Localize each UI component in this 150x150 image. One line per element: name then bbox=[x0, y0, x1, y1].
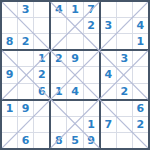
given-digit: 4 bbox=[104, 69, 112, 80]
given-digit: 1 bbox=[38, 53, 46, 64]
cell-r8c6[interactable]: 1 bbox=[84, 117, 99, 132]
cell-r7c2[interactable]: 9 bbox=[18, 101, 33, 116]
cell-r7c4[interactable] bbox=[51, 101, 66, 116]
given-digit: 1 bbox=[6, 103, 14, 114]
given-digit: 8 bbox=[55, 135, 63, 146]
cell-r5c8[interactable] bbox=[117, 67, 132, 82]
box-r1c2: 4172 bbox=[51, 2, 98, 49]
cell-r4c9[interactable] bbox=[133, 51, 148, 66]
given-digit: 1 bbox=[55, 86, 63, 97]
cell-r7c1[interactable]: 1 bbox=[2, 101, 17, 116]
cell-r3c1[interactable]: 8 bbox=[2, 34, 17, 49]
cell-r3c2[interactable]: 2 bbox=[18, 34, 33, 49]
cell-r7c9[interactable]: 6 bbox=[133, 101, 148, 116]
cell-r3c4[interactable] bbox=[51, 34, 66, 49]
given-digit: 4 bbox=[137, 20, 145, 31]
given-digit: 2 bbox=[22, 36, 30, 47]
given-digit: 9 bbox=[6, 69, 14, 80]
cell-r7c7[interactable] bbox=[101, 101, 116, 116]
given-digit: 8 bbox=[6, 36, 14, 47]
cell-r2c1[interactable] bbox=[2, 18, 17, 33]
cell-r1c8[interactable] bbox=[117, 2, 132, 17]
cell-r1c9[interactable] bbox=[133, 2, 148, 17]
cell-r2c6[interactable]: 2 bbox=[84, 18, 99, 33]
given-digit: 6 bbox=[38, 86, 46, 97]
given-digit: 2 bbox=[38, 69, 46, 80]
given-digit: 4 bbox=[71, 86, 79, 97]
given-digit: 1 bbox=[137, 36, 145, 47]
cell-r4c3[interactable]: 1 bbox=[34, 51, 49, 66]
cell-r8c7[interactable]: 7 bbox=[101, 117, 116, 132]
cell-r8c4[interactable] bbox=[51, 117, 66, 132]
given-digit: 5 bbox=[71, 135, 79, 146]
cell-r5c1[interactable]: 9 bbox=[2, 67, 17, 82]
cell-r6c8[interactable]: 2 bbox=[117, 84, 132, 99]
cell-r4c2[interactable] bbox=[18, 51, 33, 66]
cell-r6c1[interactable] bbox=[2, 84, 17, 99]
given-digit: 3 bbox=[120, 53, 128, 64]
cell-r5c7[interactable]: 4 bbox=[101, 67, 116, 82]
cell-r1c7[interactable] bbox=[101, 2, 116, 17]
cell-r9c4[interactable]: 8 bbox=[51, 133, 66, 148]
cell-r3c7[interactable] bbox=[101, 34, 116, 49]
cell-r3c8[interactable] bbox=[117, 34, 132, 49]
cell-r5c5[interactable] bbox=[67, 67, 82, 82]
cell-r5c6[interactable] bbox=[84, 67, 99, 82]
cell-r9c1[interactable] bbox=[2, 133, 17, 148]
cell-r8c2[interactable] bbox=[18, 117, 33, 132]
given-digit: 1 bbox=[87, 119, 95, 130]
given-digit: 4 bbox=[55, 4, 63, 15]
cell-r9c6[interactable]: 9 bbox=[84, 133, 99, 148]
cell-r7c8[interactable] bbox=[117, 101, 132, 116]
cell-r9c3[interactable] bbox=[34, 133, 49, 148]
cell-r7c6[interactable] bbox=[84, 101, 99, 116]
cell-r5c2[interactable] bbox=[18, 67, 33, 82]
sudoku-board: 3824172341192629143421961859672 bbox=[0, 0, 150, 150]
given-digit: 2 bbox=[120, 86, 128, 97]
cell-r9c7[interactable] bbox=[101, 133, 116, 148]
cell-r1c3[interactable] bbox=[34, 2, 49, 17]
cell-r3c9[interactable]: 1 bbox=[133, 34, 148, 49]
given-digit: 3 bbox=[104, 20, 112, 31]
box-r2c3: 342 bbox=[101, 51, 148, 98]
cell-r8c8[interactable] bbox=[117, 117, 132, 132]
cell-r4c7[interactable] bbox=[101, 51, 116, 66]
cell-r1c2[interactable]: 3 bbox=[18, 2, 33, 17]
cell-r4c4[interactable]: 2 bbox=[51, 51, 66, 66]
boxes-grid: 3824172341192629143421961859672 bbox=[2, 2, 148, 148]
cell-r3c5[interactable] bbox=[67, 34, 82, 49]
given-digit: 7 bbox=[87, 4, 95, 15]
cell-r6c5[interactable]: 4 bbox=[67, 84, 82, 99]
box-r3c3: 672 bbox=[101, 101, 148, 148]
cell-r2c4[interactable] bbox=[51, 18, 66, 33]
cell-r8c3[interactable] bbox=[34, 117, 49, 132]
cell-r1c6[interactable]: 7 bbox=[84, 2, 99, 17]
given-digit: 9 bbox=[71, 53, 79, 64]
cell-r4c6[interactable] bbox=[84, 51, 99, 66]
cell-r6c2[interactable] bbox=[18, 84, 33, 99]
cell-r7c3[interactable] bbox=[34, 101, 49, 116]
given-digit: 6 bbox=[137, 103, 145, 114]
cell-r6c6[interactable] bbox=[84, 84, 99, 99]
cell-r9c8[interactable] bbox=[117, 133, 132, 148]
box-r1c3: 341 bbox=[101, 2, 148, 49]
box-r2c1: 1926 bbox=[2, 51, 49, 98]
cell-r2c5[interactable] bbox=[67, 18, 82, 33]
box-r3c1: 196 bbox=[2, 101, 49, 148]
cell-r6c9[interactable] bbox=[133, 84, 148, 99]
cell-r3c6[interactable] bbox=[84, 34, 99, 49]
cell-r2c7[interactable]: 3 bbox=[101, 18, 116, 33]
cell-r9c2[interactable]: 6 bbox=[18, 133, 33, 148]
cell-r1c5[interactable]: 1 bbox=[67, 2, 82, 17]
cell-r8c5[interactable] bbox=[67, 117, 82, 132]
cell-r9c5[interactable]: 5 bbox=[67, 133, 82, 148]
cell-r5c3[interactable]: 2 bbox=[34, 67, 49, 82]
cell-r9c9[interactable] bbox=[133, 133, 148, 148]
cell-r2c9[interactable]: 4 bbox=[133, 18, 148, 33]
given-digit: 1 bbox=[71, 4, 79, 15]
given-digit: 2 bbox=[87, 20, 95, 31]
cell-r6c4[interactable]: 1 bbox=[51, 84, 66, 99]
cell-r4c5[interactable]: 9 bbox=[67, 51, 82, 66]
cell-r2c8[interactable] bbox=[117, 18, 132, 33]
given-digit: 2 bbox=[137, 119, 145, 130]
given-digit: 9 bbox=[87, 135, 95, 146]
box-r1c1: 382 bbox=[2, 2, 49, 49]
cell-r1c1[interactable] bbox=[2, 2, 17, 17]
cell-r8c9[interactable]: 2 bbox=[133, 117, 148, 132]
cell-r4c1[interactable] bbox=[2, 51, 17, 66]
cell-r3c3[interactable] bbox=[34, 34, 49, 49]
box-r2c2: 2914 bbox=[51, 51, 98, 98]
cell-r8c1[interactable] bbox=[2, 117, 17, 132]
cell-r2c2[interactable] bbox=[18, 18, 33, 33]
given-digit: 7 bbox=[104, 119, 112, 130]
cell-r5c4[interactable] bbox=[51, 67, 66, 82]
cell-r7c5[interactable] bbox=[67, 101, 82, 116]
cell-r6c7[interactable] bbox=[101, 84, 116, 99]
given-digit: 2 bbox=[55, 53, 63, 64]
box-r3c2: 1859 bbox=[51, 101, 98, 148]
cell-r4c8[interactable]: 3 bbox=[117, 51, 132, 66]
given-digit: 6 bbox=[22, 135, 30, 146]
cell-r2c3[interactable] bbox=[34, 18, 49, 33]
cell-r6c3[interactable]: 6 bbox=[34, 84, 49, 99]
cell-r1c4[interactable]: 4 bbox=[51, 2, 66, 17]
cell-r5c9[interactable] bbox=[133, 67, 148, 82]
given-digit: 3 bbox=[22, 4, 30, 15]
given-digit: 9 bbox=[22, 103, 30, 114]
